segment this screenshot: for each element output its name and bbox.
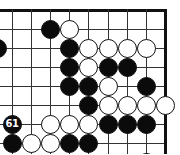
white-stone[interactable] xyxy=(41,134,60,153)
white-stone[interactable] xyxy=(99,77,118,96)
board-right-edge-line xyxy=(164,9,167,155)
black-stone[interactable] xyxy=(3,134,22,153)
white-stone[interactable] xyxy=(137,39,156,58)
black-stone[interactable] xyxy=(60,134,79,153)
black-stone[interactable] xyxy=(137,77,156,96)
black-stone[interactable] xyxy=(0,39,7,58)
black-stone[interactable] xyxy=(60,58,79,77)
white-stone[interactable] xyxy=(41,115,60,134)
white-stone[interactable] xyxy=(99,96,118,115)
white-stone[interactable] xyxy=(79,39,98,58)
white-stone[interactable] xyxy=(22,134,41,153)
go-board-diagram[interactable]: 61 xyxy=(0,0,180,154)
black-stone[interactable] xyxy=(99,58,118,77)
black-stone[interactable] xyxy=(118,115,137,134)
black-stone[interactable] xyxy=(118,58,137,77)
white-stone[interactable] xyxy=(60,115,79,134)
grid-horizontal-line xyxy=(0,29,167,30)
black-stone[interactable] xyxy=(60,39,79,58)
white-stone[interactable] xyxy=(60,20,79,39)
black-stone[interactable] xyxy=(60,77,79,96)
white-stone[interactable] xyxy=(79,115,98,134)
black-stone[interactable] xyxy=(79,77,98,96)
black-stone-move-61[interactable]: 61 xyxy=(3,115,22,134)
white-stone[interactable] xyxy=(137,96,156,115)
white-stone[interactable] xyxy=(156,96,175,115)
black-stone[interactable] xyxy=(137,153,156,155)
black-stone[interactable] xyxy=(137,115,156,134)
white-stone[interactable] xyxy=(99,39,118,58)
move-number-label: 61 xyxy=(6,119,19,129)
white-stone[interactable] xyxy=(118,96,137,115)
white-stone[interactable] xyxy=(118,39,137,58)
black-stone[interactable] xyxy=(99,115,118,134)
black-stone[interactable] xyxy=(79,134,98,153)
black-stone[interactable] xyxy=(79,96,98,115)
white-stone[interactable] xyxy=(79,58,98,77)
board-top-edge-line xyxy=(0,9,167,12)
grid-vertical-line xyxy=(31,9,32,155)
black-stone[interactable] xyxy=(41,20,60,39)
